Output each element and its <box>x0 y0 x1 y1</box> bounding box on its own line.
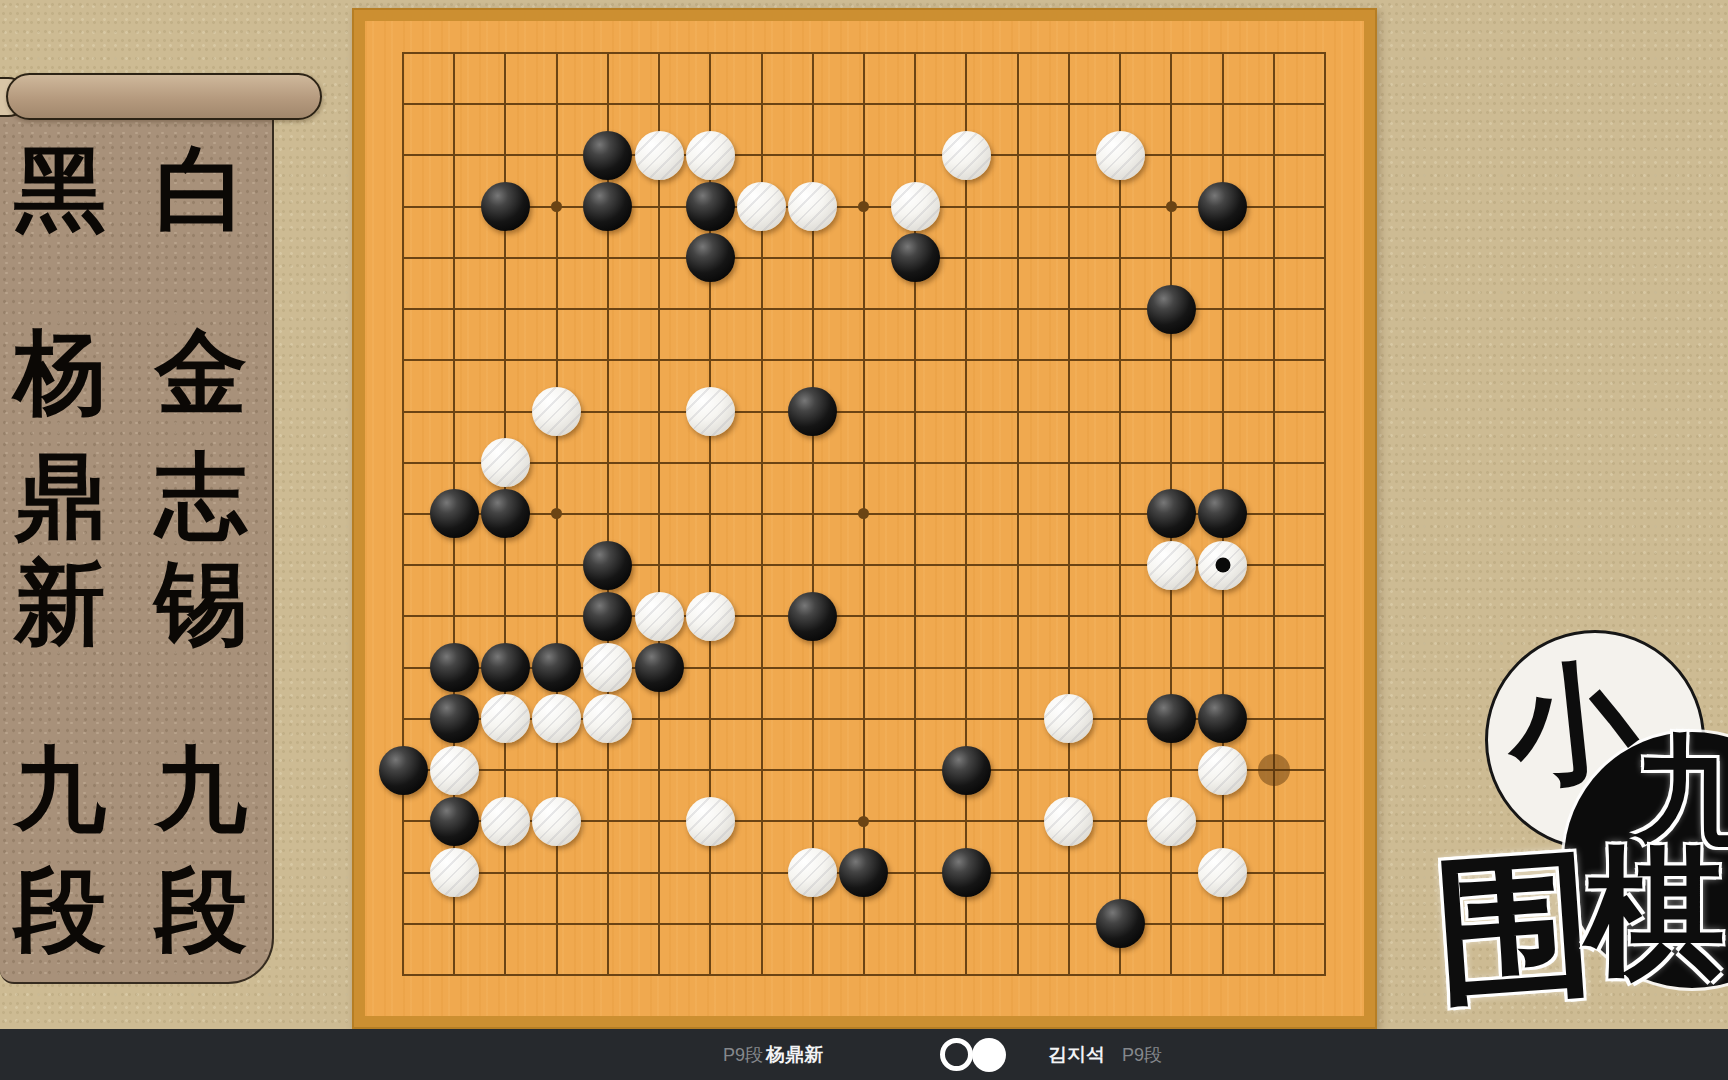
stone-white <box>737 182 786 231</box>
stone-black <box>430 643 479 692</box>
stone-black <box>583 541 632 590</box>
stone-white <box>1198 848 1247 897</box>
stone-black <box>583 131 632 180</box>
stone-black <box>430 694 479 743</box>
star-point <box>1166 201 1177 212</box>
stone-white <box>532 387 581 436</box>
stone-black <box>686 182 735 231</box>
stone-black <box>1147 694 1196 743</box>
scroll-black-column-char: 鼎 <box>14 451 106 543</box>
stone-white <box>532 797 581 846</box>
stone-black <box>891 233 940 282</box>
stone-black <box>1198 182 1247 231</box>
logo-char-jiu: 九 <box>1634 733 1728 851</box>
stone-white <box>1044 797 1093 846</box>
last-move-dot <box>1215 558 1230 573</box>
stone-color-toggle-icon <box>940 1038 1006 1072</box>
stone-black <box>788 592 837 641</box>
go-board <box>352 8 1377 1029</box>
stone-black <box>379 746 428 795</box>
white-stone-disc-icon <box>972 1038 1006 1072</box>
stone-white <box>635 592 684 641</box>
ghost-move-marker <box>1258 754 1290 786</box>
stone-white <box>891 182 940 231</box>
stone-black <box>481 643 530 692</box>
logo-char-wei: 围 <box>1430 844 1599 1013</box>
stone-black <box>430 797 479 846</box>
scroll-roller-bar <box>6 73 322 120</box>
stone-white <box>1096 131 1145 180</box>
stone-white <box>481 694 530 743</box>
stone-black <box>686 233 735 282</box>
stone-white <box>635 131 684 180</box>
stone-black <box>1147 489 1196 538</box>
stone-white <box>686 592 735 641</box>
stone-white <box>430 848 479 897</box>
scroll-white-column-char: 白 <box>155 144 247 236</box>
stone-black <box>942 848 991 897</box>
app-screen: 黑杨鼎新九段白金志锡九段 小 九 围 棋 P9段 杨鼎新 김지석 P9段 <box>0 0 1728 1080</box>
stone-white <box>481 438 530 487</box>
scroll-black-column-char: 黑 <box>14 144 106 236</box>
stone-black <box>1096 899 1145 948</box>
stone-black <box>1147 285 1196 334</box>
scroll-white-column-char: 锡 <box>155 558 247 650</box>
stone-black <box>481 182 530 231</box>
scroll-white-column-char: 金 <box>155 327 247 419</box>
scroll-black-column-char: 九 <box>14 744 106 836</box>
stone-white <box>481 797 530 846</box>
black-rank-badge: P9段 <box>723 1043 763 1067</box>
stone-black <box>430 489 479 538</box>
white-rank-badge: P9段 <box>1122 1043 1162 1067</box>
scroll-white-column-char: 段 <box>155 865 247 957</box>
stone-white <box>686 797 735 846</box>
scroll-white-column-char: 志 <box>155 451 247 543</box>
stone-black <box>942 746 991 795</box>
stone-white <box>1147 541 1196 590</box>
black-stone-ring-icon <box>940 1038 973 1071</box>
stone-black <box>532 643 581 692</box>
stone-white <box>942 131 991 180</box>
stone-white <box>430 746 479 795</box>
scroll-black-column-char: 新 <box>14 558 106 650</box>
stone-black <box>788 387 837 436</box>
stone-white <box>686 131 735 180</box>
stone-white-last-move <box>1198 541 1247 590</box>
scroll-white-column-char: 九 <box>155 744 247 836</box>
black-player-name: 杨鼎新 <box>766 1042 823 1068</box>
stone-white <box>1147 797 1196 846</box>
logo-char-qi: 棋 <box>1585 844 1725 984</box>
stone-white <box>1198 746 1247 795</box>
stone-white <box>788 848 837 897</box>
scroll-black-column-char: 杨 <box>14 327 106 419</box>
bottom-bar: P9段 杨鼎新 김지석 P9段 <box>0 1029 1728 1080</box>
stone-white <box>686 387 735 436</box>
scroll-black-column-char: 段 <box>14 865 106 957</box>
logo-char-xiao: 小 <box>1502 655 1643 796</box>
stone-black <box>583 592 632 641</box>
stone-black <box>635 643 684 692</box>
white-player-name: 김지석 <box>1048 1042 1105 1068</box>
